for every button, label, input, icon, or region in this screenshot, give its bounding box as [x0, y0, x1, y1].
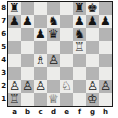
square-f8[interactable]: ♜ [73, 2, 86, 15]
piece-white-bishop: ♗ [35, 54, 46, 67]
square-b6[interactable] [21, 28, 34, 41]
square-e4[interactable] [60, 54, 73, 67]
square-h6[interactable] [99, 28, 112, 41]
file-labels: abcdefgh [8, 107, 112, 117]
square-f1[interactable] [73, 93, 86, 106]
square-c7[interactable] [34, 15, 47, 28]
piece-black-knight: ♞ [48, 15, 59, 28]
piece-white-king: ♔ [87, 93, 98, 106]
square-e6[interactable] [60, 28, 73, 41]
square-d6[interactable]: ♛ [47, 28, 60, 41]
piece-black-pawn: ♟ [87, 15, 98, 28]
rank-label-4: 4 [0, 53, 6, 66]
file-label-b: b [21, 107, 34, 117]
piece-black-pawn: ♟ [74, 15, 85, 28]
square-e2[interactable]: ♘ [60, 80, 73, 93]
piece-black-pawn: ♟ [100, 15, 111, 28]
file-label-e: e [60, 107, 73, 117]
square-f2[interactable] [73, 80, 86, 93]
file-label-a: a [8, 107, 21, 117]
piece-white-queen: ♕ [48, 93, 59, 106]
square-b3[interactable] [21, 67, 34, 80]
piece-white-pawn: ♙ [35, 80, 46, 93]
square-c8[interactable] [34, 2, 47, 15]
chess-diagram: 87654321 ♜♜♚♟♟♞♟♟♟♟♛♞♖♗♙♙♙♙♘♙♙♖♕♔ abcdef… [0, 0, 118, 118]
square-g1[interactable]: ♔ [86, 93, 99, 106]
rank-labels: 87654321 [0, 1, 6, 105]
square-f4[interactable] [73, 54, 86, 67]
square-f5[interactable]: ♖ [73, 41, 86, 54]
square-c6[interactable]: ♟ [34, 28, 47, 41]
square-c5[interactable] [34, 41, 47, 54]
file-label-f: f [73, 107, 86, 117]
square-c1[interactable] [34, 93, 47, 106]
square-a8[interactable]: ♜ [8, 2, 21, 15]
file-label-g: g [86, 107, 99, 117]
square-f3[interactable] [73, 67, 86, 80]
piece-black-rook: ♜ [9, 2, 20, 15]
square-d5[interactable] [47, 41, 60, 54]
square-h4[interactable] [99, 54, 112, 67]
square-a3[interactable] [8, 67, 21, 80]
piece-black-pawn: ♟ [9, 15, 20, 28]
square-b8[interactable] [21, 2, 34, 15]
square-h2[interactable]: ♙ [99, 80, 112, 93]
square-h7[interactable]: ♟ [99, 15, 112, 28]
piece-white-pawn: ♙ [9, 80, 20, 93]
square-g5[interactable] [86, 41, 99, 54]
rank-label-2: 2 [0, 79, 6, 92]
square-a4[interactable] [8, 54, 21, 67]
square-d2[interactable] [47, 80, 60, 93]
piece-black-pawn: ♟ [22, 15, 33, 28]
rank-label-6: 6 [0, 27, 6, 40]
square-g4[interactable] [86, 54, 99, 67]
square-h5[interactable] [99, 41, 112, 54]
square-g7[interactable]: ♟ [86, 15, 99, 28]
square-a6[interactable] [8, 28, 21, 41]
square-f6[interactable]: ♞ [73, 28, 86, 41]
file-label-c: c [34, 107, 47, 117]
square-h3[interactable] [99, 67, 112, 80]
square-a7[interactable]: ♟ [8, 15, 21, 28]
square-e1[interactable] [60, 93, 73, 106]
square-d7[interactable]: ♞ [47, 15, 60, 28]
square-h1[interactable] [99, 93, 112, 106]
chess-board: ♜♜♚♟♟♞♟♟♟♟♛♞♖♗♙♙♙♙♘♙♙♖♕♔ [7, 1, 113, 107]
piece-white-knight: ♘ [61, 80, 72, 93]
square-d3[interactable] [47, 67, 60, 80]
square-a5[interactable] [8, 41, 21, 54]
square-h8[interactable] [99, 2, 112, 15]
square-f7[interactable]: ♟ [73, 15, 86, 28]
piece-black-king: ♚ [87, 2, 98, 15]
square-d1[interactable]: ♕ [47, 93, 60, 106]
square-g8[interactable]: ♚ [86, 2, 99, 15]
piece-black-pawn: ♟ [35, 28, 46, 41]
piece-white-rook: ♖ [74, 41, 85, 54]
square-b4[interactable] [21, 54, 34, 67]
rank-label-7: 7 [0, 14, 6, 27]
piece-black-queen: ♛ [48, 28, 59, 41]
square-c3[interactable] [34, 67, 47, 80]
square-g6[interactable] [86, 28, 99, 41]
square-c2[interactable]: ♙ [34, 80, 47, 93]
piece-white-pawn: ♙ [22, 80, 33, 93]
file-label-d: d [47, 107, 60, 117]
square-e3[interactable] [60, 67, 73, 80]
square-a2[interactable]: ♙ [8, 80, 21, 93]
piece-black-rook: ♜ [74, 2, 85, 15]
square-c4[interactable]: ♗ [34, 54, 47, 67]
square-b5[interactable] [21, 41, 34, 54]
rank-label-8: 8 [0, 1, 6, 14]
square-e8[interactable] [60, 2, 73, 15]
square-e5[interactable] [60, 41, 73, 54]
rank-label-1: 1 [0, 92, 6, 105]
square-d4[interactable]: ♙ [47, 54, 60, 67]
piece-black-knight: ♞ [74, 28, 85, 41]
square-b1[interactable] [21, 93, 34, 106]
rank-label-5: 5 [0, 40, 6, 53]
square-a1[interactable]: ♖ [8, 93, 21, 106]
piece-white-pawn: ♙ [100, 80, 111, 93]
square-d8[interactable] [47, 2, 60, 15]
square-b7[interactable]: ♟ [21, 15, 34, 28]
piece-white-pawn: ♙ [87, 80, 98, 93]
piece-white-rook: ♖ [9, 93, 20, 106]
square-g3[interactable] [86, 67, 99, 80]
square-b2[interactable]: ♙ [21, 80, 34, 93]
file-label-h: h [99, 107, 112, 117]
piece-white-pawn: ♙ [48, 54, 59, 67]
rank-label-3: 3 [0, 66, 6, 79]
square-e7[interactable] [60, 15, 73, 28]
square-g2[interactable]: ♙ [86, 80, 99, 93]
